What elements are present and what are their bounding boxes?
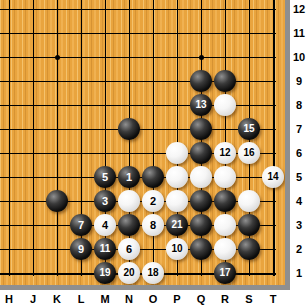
stone-P4-white[interactable] bbox=[166, 190, 188, 212]
stone-S4-white[interactable] bbox=[238, 190, 260, 212]
stone-O5-black[interactable] bbox=[142, 166, 164, 188]
row-label-7: 7 bbox=[290, 122, 308, 136]
stone-Q4-black[interactable] bbox=[190, 190, 212, 212]
stone-R4-black[interactable] bbox=[214, 190, 236, 212]
row-label-4: 4 bbox=[290, 194, 308, 208]
column-label-N: N bbox=[120, 292, 138, 306]
stone-Q5-white[interactable] bbox=[190, 166, 212, 188]
stone-R9-black[interactable] bbox=[214, 70, 236, 92]
stone-M5-black[interactable]: 5 bbox=[94, 166, 116, 188]
stone-T5-white[interactable]: 14 bbox=[262, 166, 284, 188]
row-label-6: 6 bbox=[290, 146, 308, 160]
row-coordinate-strip: 121110987654321 bbox=[290, 0, 308, 308]
column-label-Q: Q bbox=[192, 292, 210, 306]
star-point-Q10 bbox=[199, 55, 204, 60]
grid-line-vertical-T bbox=[273, 0, 275, 276]
stone-Q9-black[interactable] bbox=[190, 70, 212, 92]
stone-N2-white[interactable]: 6 bbox=[118, 238, 140, 260]
grid-line-vertical-H bbox=[9, 0, 10, 276]
column-label-H: H bbox=[0, 292, 18, 306]
stone-K4-black[interactable] bbox=[46, 190, 68, 212]
row-label-1: 1 bbox=[290, 266, 308, 280]
stone-Q7-black[interactable] bbox=[190, 118, 212, 140]
stone-S3-black[interactable] bbox=[238, 214, 260, 236]
stone-S6-white[interactable]: 16 bbox=[238, 142, 260, 164]
stone-N3-black[interactable] bbox=[118, 214, 140, 236]
row-label-5: 5 bbox=[290, 170, 308, 184]
stone-P6-white[interactable] bbox=[166, 142, 188, 164]
stone-S2-black[interactable] bbox=[238, 238, 260, 260]
stone-R8-white[interactable] bbox=[214, 94, 236, 116]
stone-R3-white[interactable] bbox=[214, 214, 236, 236]
grid-line-vertical-J bbox=[33, 0, 34, 276]
stone-L3-black[interactable]: 7 bbox=[70, 214, 92, 236]
row-label-2: 2 bbox=[290, 242, 308, 256]
stone-S7-black[interactable]: 15 bbox=[238, 118, 260, 140]
row-label-12: 12 bbox=[290, 2, 308, 16]
stone-M3-white[interactable]: 4 bbox=[94, 214, 116, 236]
column-label-O: O bbox=[144, 292, 162, 306]
stone-M2-black[interactable]: 11 bbox=[94, 238, 116, 260]
column-label-M: M bbox=[96, 292, 114, 306]
go-board[interactable]: 131512165114327482191161019201817 bbox=[0, 0, 285, 285]
row-label-11: 11 bbox=[290, 26, 308, 40]
stone-Q8-black[interactable]: 13 bbox=[190, 94, 212, 116]
grid-line-row-11 bbox=[0, 33, 276, 34]
stone-O1-white[interactable]: 18 bbox=[142, 262, 164, 284]
stone-N7-black[interactable] bbox=[118, 118, 140, 140]
row-label-8: 8 bbox=[290, 98, 308, 112]
stone-N1-white[interactable]: 20 bbox=[118, 262, 140, 284]
stone-L2-black[interactable]: 9 bbox=[70, 238, 92, 260]
grid-line-row-12 bbox=[0, 9, 276, 10]
stone-P5-white[interactable] bbox=[166, 166, 188, 188]
stone-P2-white[interactable]: 10 bbox=[166, 238, 188, 260]
column-label-T: T bbox=[264, 292, 282, 306]
column-label-P: P bbox=[168, 292, 186, 306]
column-label-K: K bbox=[48, 292, 66, 306]
grid-line-row-10 bbox=[0, 57, 276, 58]
stone-R1-black[interactable]: 17 bbox=[214, 262, 236, 284]
column-label-L: L bbox=[72, 292, 90, 306]
stone-Q2-black[interactable] bbox=[190, 238, 212, 260]
grid-line-vertical-K bbox=[57, 0, 58, 276]
go-diagram-window: 131512165114327482191161019201817 121110… bbox=[0, 0, 308, 308]
row-label-9: 9 bbox=[290, 74, 308, 88]
row-label-3: 3 bbox=[290, 218, 308, 232]
row-label-10: 10 bbox=[290, 50, 308, 64]
column-label-R: R bbox=[216, 292, 234, 306]
stone-O4-white[interactable]: 2 bbox=[142, 190, 164, 212]
stone-Q3-black[interactable] bbox=[190, 214, 212, 236]
column-coordinate-strip: HJKLMNOPQRST bbox=[0, 290, 290, 308]
stone-R5-white[interactable] bbox=[214, 166, 236, 188]
stone-M1-black[interactable]: 19 bbox=[94, 262, 116, 284]
column-label-S: S bbox=[240, 292, 258, 306]
stone-Q6-black[interactable] bbox=[190, 142, 212, 164]
stone-O3-white[interactable]: 8 bbox=[142, 214, 164, 236]
stone-N4-white[interactable] bbox=[118, 190, 140, 212]
star-point-K10 bbox=[55, 55, 60, 60]
column-label-J: J bbox=[24, 292, 42, 306]
stone-M4-black[interactable]: 3 bbox=[94, 190, 116, 212]
stone-P3-black[interactable]: 21 bbox=[166, 214, 188, 236]
stone-R6-white[interactable]: 12 bbox=[214, 142, 236, 164]
stone-N5-black[interactable]: 1 bbox=[118, 166, 140, 188]
stone-R2-white[interactable] bbox=[214, 238, 236, 260]
